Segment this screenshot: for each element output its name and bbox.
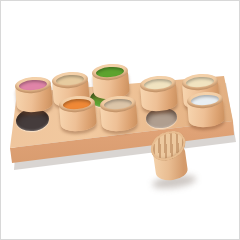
cylinder-material-cream: [144, 78, 173, 90]
cylinder-white[interactable]: [186, 91, 225, 134]
scene: [0, 0, 240, 240]
cylinder-orange[interactable]: [58, 95, 97, 138]
cylinder-material-green: [96, 66, 125, 78]
cylinder-material-pink: [19, 79, 48, 91]
cylinder-material-cream: [186, 76, 215, 88]
cylinder-grooved-offboard[interactable]: [147, 129, 194, 188]
cylinder-pink[interactable]: [14, 76, 53, 119]
cylinder-material-orange: [63, 98, 92, 110]
cylinder-material-white: [191, 94, 220, 106]
cylinder-cream-1[interactable]: [139, 75, 178, 118]
cylinder-material-sand: [104, 98, 133, 110]
cylinder-sand[interactable]: [99, 95, 138, 138]
cylinder-material-natural: [56, 74, 85, 86]
